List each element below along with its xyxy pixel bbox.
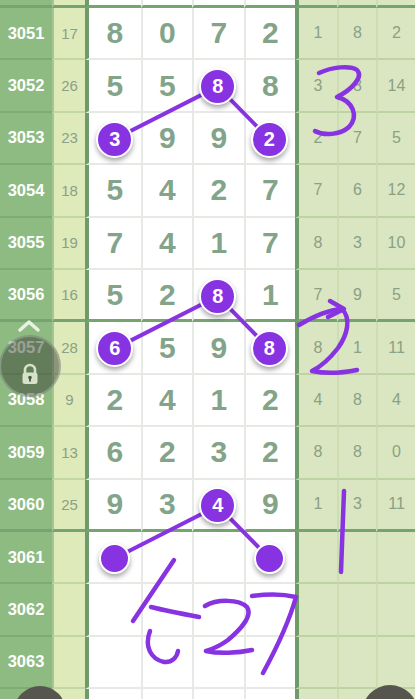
stat-cell	[295, 532, 337, 584]
partial-row-cell	[295, 0, 337, 8]
stat-cell: 8	[337, 8, 376, 60]
issue-cell: 3056	[0, 270, 52, 322]
digit-cell[interactable]: 1	[244, 270, 296, 322]
sum-cell: 17	[52, 8, 85, 60]
issue-cell: 3059	[0, 427, 52, 479]
issue-cell: 3052	[0, 60, 52, 112]
circled-pick[interactable]: 3	[96, 121, 133, 158]
issue-cell: 3060	[0, 480, 52, 532]
lock-icon	[18, 362, 42, 386]
digit-cell[interactable]	[85, 637, 141, 689]
stat-cell	[337, 532, 376, 584]
stat-cell: 7	[295, 165, 337, 217]
stat-cell: 8	[337, 427, 376, 479]
partial-row-cell	[192, 689, 244, 699]
stat-cell: 1	[337, 322, 376, 374]
stat-cell: 11	[376, 480, 415, 532]
trend-grid: 3051178072182305226558838143053233992275…	[0, 0, 415, 699]
digit-cell[interactable]: 2	[141, 270, 193, 322]
sum-cell: 19	[52, 218, 85, 270]
digit-cell[interactable]: 5	[85, 270, 141, 322]
stat-cell: 8	[295, 218, 337, 270]
sum-cell: 23	[52, 113, 85, 165]
stat-cell: 10	[376, 218, 415, 270]
digit-cell[interactable]: 7	[244, 218, 296, 270]
digit-cell[interactable]	[141, 532, 193, 584]
stat-cell	[295, 637, 337, 689]
stat-cell: 12	[376, 165, 415, 217]
sum-cell: 9	[52, 375, 85, 427]
stat-cell: 7	[337, 113, 376, 165]
stat-cell: 3	[295, 60, 337, 112]
issue-cell: 3054	[0, 165, 52, 217]
digit-cell[interactable]	[85, 584, 141, 636]
sum-cell	[52, 637, 85, 689]
sum-cell	[52, 584, 85, 636]
digit-cell[interactable]: 4	[141, 375, 193, 427]
digit-cell[interactable]: 7	[192, 8, 244, 60]
partial-row-cell	[0, 0, 52, 8]
issue-cell: 3051	[0, 8, 52, 60]
partial-row-cell	[244, 689, 296, 699]
digit-cell[interactable]: 9	[192, 322, 244, 374]
stat-cell	[337, 637, 376, 689]
stat-cell	[376, 532, 415, 584]
digit-cell[interactable]	[244, 637, 296, 689]
stat-cell	[376, 637, 415, 689]
digit-cell[interactable]	[192, 532, 244, 584]
digit-cell[interactable]	[141, 584, 193, 636]
digit-cell[interactable]: 1	[192, 375, 244, 427]
sum-cell: 26	[52, 60, 85, 112]
partial-row-cell	[85, 0, 141, 8]
lock-button[interactable]	[0, 335, 61, 397]
partial-row-cell	[376, 0, 415, 8]
digit-cell[interactable]: 1	[192, 218, 244, 270]
digit-cell[interactable]: 6	[85, 427, 141, 479]
stat-cell: 8	[295, 427, 337, 479]
circled-pick[interactable]: 8	[251, 330, 288, 367]
stat-cell: 14	[376, 60, 415, 112]
digit-cell[interactable]	[141, 637, 193, 689]
digit-cell[interactable]: 2	[244, 8, 296, 60]
issue-cell: 3053	[0, 113, 52, 165]
stat-cell: 7	[295, 270, 337, 322]
digit-cell[interactable]: 5	[141, 322, 193, 374]
partial-row-cell	[192, 0, 244, 8]
sum-cell	[52, 532, 85, 584]
stat-cell: 9	[337, 270, 376, 322]
stat-cell: 8	[337, 60, 376, 112]
circled-pick[interactable]: 8	[199, 278, 236, 315]
stat-cell: 11	[376, 322, 415, 374]
pick-dot[interactable]	[254, 543, 285, 574]
digit-cell[interactable]: 8	[85, 8, 141, 60]
digit-cell[interactable]: 9	[192, 113, 244, 165]
stat-cell: 5	[376, 270, 415, 322]
stat-cell	[337, 584, 376, 636]
stat-cell	[295, 584, 337, 636]
digit-cell[interactable]: 4	[141, 165, 193, 217]
stat-cell: 1	[295, 8, 337, 60]
stat-cell: 2	[376, 8, 415, 60]
stat-cell: 0	[376, 427, 415, 479]
digit-cell[interactable]: 9	[244, 480, 296, 532]
partial-row-cell	[52, 0, 85, 8]
stat-cell: 8	[295, 322, 337, 374]
digit-cell[interactable]: 5	[141, 60, 193, 112]
partial-row-cell	[141, 0, 193, 8]
digit-cell[interactable]: 9	[85, 480, 141, 532]
digit-cell[interactable]: 5	[85, 165, 141, 217]
stat-cell: 2	[295, 113, 337, 165]
digit-cell[interactable]: 3	[192, 427, 244, 479]
digit-cell[interactable]: 2	[244, 375, 296, 427]
stat-cell: 8	[337, 375, 376, 427]
digit-cell[interactable]: 2	[192, 165, 244, 217]
lottery-trend-chart: 3051178072182305226558838143053233992275…	[0, 0, 415, 699]
stat-cell: 1	[295, 480, 337, 532]
issue-cell: 3063	[0, 637, 52, 689]
issue-cell: 3055	[0, 218, 52, 270]
sum-cell: 13	[52, 427, 85, 479]
digit-cell[interactable]	[244, 584, 296, 636]
partial-row-cell	[244, 0, 296, 8]
digit-cell[interactable]: 5	[85, 60, 141, 112]
digit-cell[interactable]: 9	[141, 113, 193, 165]
stat-cell	[376, 584, 415, 636]
digit-cell[interactable]: 4	[141, 218, 193, 270]
stat-cell: 6	[337, 165, 376, 217]
partial-row-cell	[295, 689, 337, 699]
circled-pick[interactable]: 2	[251, 121, 288, 158]
sum-cell: 16	[52, 270, 85, 322]
digit-cell[interactable]: 2	[141, 427, 193, 479]
stat-cell: 5	[376, 113, 415, 165]
partial-row-cell	[141, 689, 193, 699]
stat-cell: 4	[295, 375, 337, 427]
digit-cell[interactable]: 3	[141, 480, 193, 532]
partial-row-cell	[85, 689, 141, 699]
pick-dot[interactable]	[99, 543, 130, 574]
digit-cell[interactable]: 7	[85, 218, 141, 270]
digit-cell[interactable]: 2	[244, 427, 296, 479]
stat-cell: 3	[337, 480, 376, 532]
issue-cell: 3061	[0, 532, 52, 584]
stat-cell: 3	[337, 218, 376, 270]
sum-cell: 25	[52, 480, 85, 532]
digit-cell[interactable]: 8	[244, 60, 296, 112]
stat-cell: 4	[376, 375, 415, 427]
sum-cell: 18	[52, 165, 85, 217]
digit-cell[interactable]: 2	[85, 375, 141, 427]
digit-cell[interactable]	[192, 584, 244, 636]
issue-cell: 3062	[0, 584, 52, 636]
digit-cell[interactable]	[192, 637, 244, 689]
digit-cell[interactable]: 7	[244, 165, 296, 217]
digit-cell[interactable]: 0	[141, 8, 193, 60]
partial-row-cell	[337, 0, 376, 8]
